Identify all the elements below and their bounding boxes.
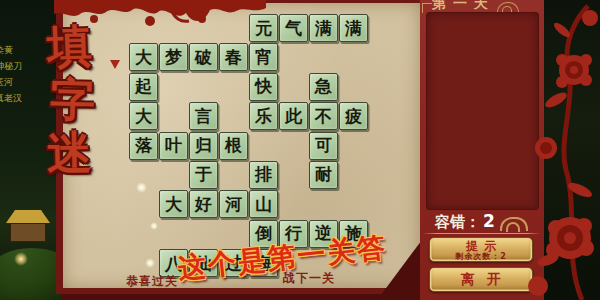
tolerance-label: 容错： — [435, 213, 480, 231]
sparkle-particle — [145, 258, 155, 268]
grid-tile-r1c6[interactable]: 气 — [279, 14, 308, 42]
right-dark-strip — [544, 0, 600, 300]
grid-tile-r2c3[interactable]: 破 — [189, 43, 218, 71]
grid-tile-r7c2[interactable]: 大 — [159, 190, 188, 218]
clue-panel — [426, 12, 539, 210]
grid-tile-r2c4[interactable]: 春 — [219, 43, 248, 71]
stage: 染黄神秘刀医河真老汉 填 字 迷 元气满满大梦破春宵起快急大言乐此不疲落叶归根可… — [0, 0, 600, 300]
grid-tile-r4c1[interactable]: 大 — [129, 102, 158, 130]
quest-log-line: 医河 — [0, 76, 13, 89]
grid-tile-r4c3[interactable]: 言 — [189, 102, 218, 130]
marquee-text-left: 恭喜过关 — [126, 273, 178, 290]
grid-tile-r6c5[interactable]: 排 — [249, 161, 278, 189]
leave-button-label: 离开 — [461, 271, 513, 287]
grid-tile-r5c3[interactable]: 归 — [189, 132, 218, 160]
background-ground — [0, 248, 62, 300]
grid-tile-r5c2[interactable]: 叶 — [159, 132, 188, 160]
grid-tile-r3c7[interactable]: 急 — [309, 73, 338, 101]
quest-log-line: 神秘刀 — [0, 60, 22, 73]
grid-tile-r6c7[interactable]: 耐 — [309, 161, 338, 189]
leave-button[interactable]: 离开 — [429, 267, 533, 292]
sparkle-particle — [150, 222, 158, 230]
grid-tile-r3c1[interactable]: 起 — [129, 73, 158, 101]
title-char: 迷 — [47, 126, 93, 180]
grid-tile-r4c6[interactable]: 此 — [279, 102, 308, 130]
grid-tile-r4c8[interactable]: 疲 — [339, 102, 368, 130]
grid-tile-r2c2[interactable]: 梦 — [159, 43, 188, 71]
house-body — [10, 223, 46, 242]
hint-remaining-label: 剩余次数：2 — [430, 252, 532, 261]
grid-tile-r7c5[interactable]: 山 — [249, 190, 278, 218]
sparkle-particle — [136, 182, 147, 193]
quest-log-line: 真老汉 — [0, 92, 22, 105]
house-roof-icon — [6, 210, 50, 223]
grid-tile-r1c8[interactable]: 满 — [339, 14, 368, 42]
panel-divider — [422, 233, 541, 234]
grid-tile-r4c7[interactable]: 不 — [309, 102, 338, 130]
grid-tile-r5c1[interactable]: 落 — [129, 132, 158, 160]
background-house — [5, 210, 51, 242]
lantern-glow — [14, 252, 28, 266]
grid-tile-r2c1[interactable]: 大 — [129, 43, 158, 71]
grid-tile-r2c5[interactable]: 宵 — [249, 43, 278, 71]
grid-tile-r3c5[interactable]: 快 — [249, 73, 278, 101]
grid-tile-r5c4[interactable]: 根 — [219, 132, 248, 160]
tolerance-value: 2 — [483, 211, 495, 231]
side-panel: 第一天 容错：2 提示 剩余次数：2 离开 — [420, 0, 544, 300]
title-char: 填 — [46, 19, 93, 74]
title-char: 字 — [49, 72, 95, 126]
tolerance-row: 容错：2 — [435, 211, 495, 232]
hint-button-label: 提示 — [430, 240, 532, 252]
hint-button[interactable]: 提示 剩余次数：2 — [429, 237, 533, 262]
grid-tile-r1c7[interactable]: 满 — [309, 14, 338, 42]
triangle-ornament-icon — [110, 60, 120, 69]
quest-log-line: 染黄 — [0, 44, 13, 57]
grid-tile-r7c4[interactable]: 河 — [219, 190, 248, 218]
grid-tile-r4c5[interactable]: 乐 — [249, 102, 278, 130]
rainbow-arc-icon — [500, 217, 528, 231]
game-title: 填 字 迷 — [47, 20, 92, 179]
grid-tile-r7c3[interactable]: 好 — [189, 190, 218, 218]
grid-tile-r6c3[interactable]: 于 — [189, 161, 218, 189]
grid-tile-r5c7[interactable]: 可 — [309, 132, 338, 160]
